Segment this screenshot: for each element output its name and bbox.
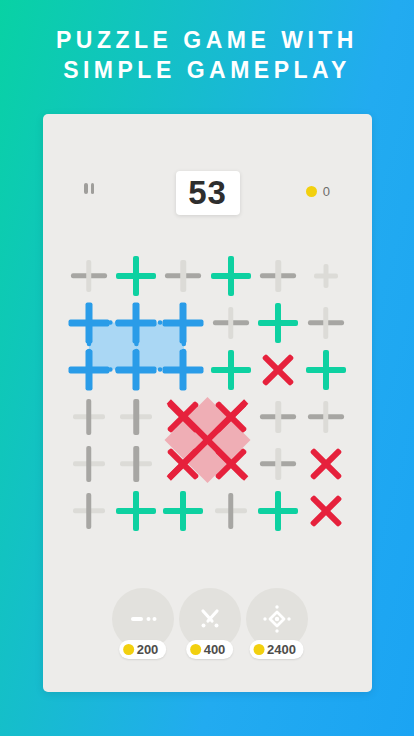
- coin-icon: [306, 186, 317, 197]
- cell-r2c3-plus-blue[interactable]: [160, 299, 207, 346]
- plus-blue-symbol: [161, 348, 205, 392]
- promo-title: PUZZLE GAME WITH SIMPLE GAMEPLAY: [0, 25, 414, 85]
- cell-r4c1-bar[interactable]: [65, 393, 112, 440]
- cell-r3c2-plus-blue[interactable]: [112, 346, 159, 393]
- powerup-cut-cost-badge: 400: [186, 640, 234, 659]
- promo-title-line2: SIMPLE GAMEPLAY: [0, 55, 414, 85]
- cell-r2c1-plus-blue[interactable]: [65, 299, 112, 346]
- minus-symbol: [67, 254, 111, 298]
- cell-r4c5-minus[interactable]: [255, 393, 302, 440]
- cell-r3c6-plus[interactable]: [302, 346, 349, 393]
- powerup-dash-cost: 200: [137, 642, 159, 657]
- cell-r2c6-minus[interactable]: [302, 299, 349, 346]
- cell-r1c4-plus[interactable]: [207, 252, 254, 299]
- cell-r1c6-faint[interactable]: [302, 252, 349, 299]
- powerup-cut-button[interactable]: 400: [179, 588, 241, 673]
- score-value: 53: [188, 174, 227, 212]
- x-symbol: [295, 479, 357, 541]
- cell-r2c2-plus-blue[interactable]: [112, 299, 159, 346]
- powerup-cut-cost: 400: [204, 642, 226, 657]
- powerup-dash-cost-badge: 200: [119, 640, 167, 659]
- pause-icon: [84, 183, 88, 194]
- powerups-bar: 200 400: [45, 588, 374, 673]
- plus-symbol: [256, 301, 300, 345]
- cell-r5c4-x[interactable]: [207, 440, 254, 487]
- x-symbol: [247, 338, 309, 400]
- x-symbol: [200, 432, 262, 494]
- score-display: 53: [176, 171, 240, 215]
- plus-blue-symbol: [67, 301, 111, 345]
- pause-button[interactable]: [84, 183, 94, 194]
- minus-symbol: [209, 301, 253, 345]
- minus-symbol: [161, 254, 205, 298]
- coin-count: 0: [323, 184, 330, 199]
- coin-icon: [190, 644, 201, 655]
- plus-symbol: [114, 489, 158, 533]
- app-store-screenshot: { "header": { "title_line1": "PUZZLE GAM…: [0, 0, 414, 736]
- powerup-dash-button[interactable]: 200: [112, 588, 174, 673]
- cell-r1c3-minus[interactable]: [160, 252, 207, 299]
- plus-blue-symbol: [161, 301, 205, 345]
- cell-r6c1-bar[interactable]: [65, 487, 112, 534]
- cell-r1c2-plus[interactable]: [112, 252, 159, 299]
- cut-x-icon: [195, 604, 225, 634]
- powerup-move-cost: 2400: [267, 642, 296, 657]
- coin-counter: 0: [306, 184, 330, 199]
- cell-r6c6-x[interactable]: [302, 487, 349, 534]
- promo-title-line1: PUZZLE GAME WITH: [0, 25, 414, 55]
- pause-icon: [91, 183, 95, 194]
- minus-symbol: [256, 254, 300, 298]
- cell-r2c4-minus[interactable]: [207, 299, 254, 346]
- plus-blue-symbol: [114, 348, 158, 392]
- board-grid: [65, 252, 349, 534]
- faint-symbol: [304, 254, 348, 298]
- minus-symbol: [304, 301, 348, 345]
- minus-symbol: [256, 395, 300, 439]
- powerup-move-cost-badge: 2400: [249, 640, 304, 659]
- plus-blue-symbol: [67, 348, 111, 392]
- cell-r6c3-plus[interactable]: [160, 487, 207, 534]
- coin-icon: [123, 644, 134, 655]
- bar-symbol: [67, 489, 111, 533]
- cell-r5c1-bar[interactable]: [65, 440, 112, 487]
- bar-symbol: [67, 442, 111, 486]
- cell-r3c5-x[interactable]: [255, 346, 302, 393]
- diamond-target-icon: [262, 604, 292, 634]
- puzzle-board: [65, 252, 350, 534]
- cell-r6c2-plus[interactable]: [112, 487, 159, 534]
- plus-blue-symbol: [114, 301, 158, 345]
- bar-symbol: [67, 395, 111, 439]
- game-screen-card: 53 0 200: [43, 114, 372, 692]
- bar-symbol: [209, 489, 253, 533]
- cell-r6c4-bar[interactable]: [207, 487, 254, 534]
- plus-symbol: [304, 348, 348, 392]
- cell-r3c1-plus-blue[interactable]: [65, 346, 112, 393]
- plus-symbol: [209, 254, 253, 298]
- plus-symbol: [161, 489, 205, 533]
- plus-symbol: [114, 254, 158, 298]
- dash-dots-icon: [128, 604, 158, 634]
- coin-icon: [253, 644, 264, 655]
- cell-r1c1-minus[interactable]: [65, 252, 112, 299]
- cell-r1c5-minus[interactable]: [255, 252, 302, 299]
- powerup-move-button[interactable]: 2400: [246, 588, 308, 673]
